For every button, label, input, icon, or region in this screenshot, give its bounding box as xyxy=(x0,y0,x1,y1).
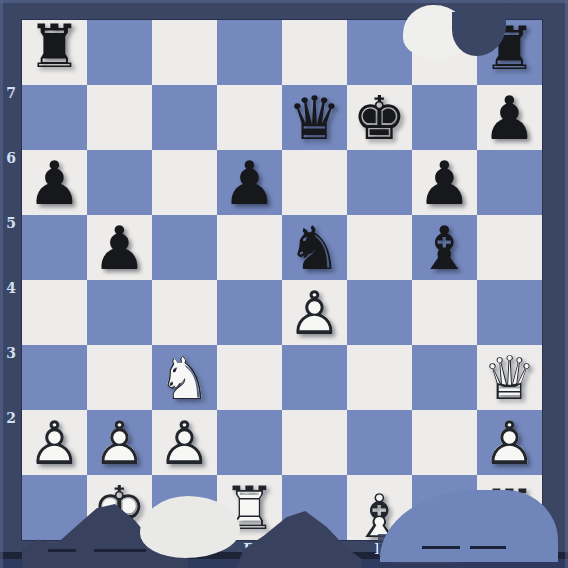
square-b6[interactable] xyxy=(87,150,152,215)
square-a2[interactable]: ♟♙ xyxy=(22,410,87,475)
square-f1[interactable]: ♝♗ xyxy=(347,475,412,540)
square-c2[interactable]: ♟♙ xyxy=(152,410,217,475)
square-a1[interactable] xyxy=(22,475,87,540)
rank-label-2: 2 xyxy=(0,410,22,475)
board-edge-dash xyxy=(48,549,76,552)
square-h3[interactable]: ♛♕ xyxy=(477,345,542,410)
chess-board-frame: ♜♜♛♚♟♟♟♟♟♞♝♟♙♞♘♛♕♟♙♟♙♟♙♟♙♚♔♜♖♝♗♜♖ 765432… xyxy=(0,0,568,568)
square-c4[interactable] xyxy=(152,280,217,345)
file-label-C: C xyxy=(152,541,217,556)
square-f4[interactable] xyxy=(347,280,412,345)
board-edge-dash xyxy=(470,546,506,549)
square-h5[interactable] xyxy=(477,215,542,280)
black-bishop-g5[interactable]: ♝ xyxy=(412,215,477,280)
black-piece-glyph: ♟ xyxy=(412,150,477,215)
square-h4[interactable] xyxy=(477,280,542,345)
black-piece-glyph: ♞ xyxy=(282,215,347,280)
square-f2[interactable] xyxy=(347,410,412,475)
square-c6[interactable] xyxy=(152,150,217,215)
black-pawn-a6[interactable]: ♟ xyxy=(22,150,87,215)
white-pawn-c2[interactable]: ♟♙ xyxy=(152,410,217,475)
black-piece-glyph: ♟ xyxy=(217,150,282,215)
white-pawn-h2[interactable]: ♟♙ xyxy=(477,410,542,475)
black-rook-a8[interactable]: ♜ xyxy=(22,13,87,78)
square-d8[interactable] xyxy=(217,20,282,85)
white-rook-h1[interactable]: ♜♖ xyxy=(477,478,542,543)
white-piece-outline-glyph: ♙ xyxy=(22,410,87,475)
square-d6[interactable]: ♟ xyxy=(217,150,282,215)
square-a3[interactable] xyxy=(22,345,87,410)
square-e6[interactable] xyxy=(282,150,347,215)
white-piece-outline-glyph: ♙ xyxy=(87,410,152,475)
board-edge-dash xyxy=(94,549,146,552)
square-d2[interactable] xyxy=(217,410,282,475)
file-label-D: D xyxy=(217,541,282,556)
white-king-b1[interactable]: ♚♔ xyxy=(87,475,152,540)
square-e8[interactable] xyxy=(282,20,347,85)
square-c1[interactable] xyxy=(152,475,217,540)
black-piece-glyph: ♝ xyxy=(412,215,477,280)
square-e4[interactable]: ♟♙ xyxy=(282,280,347,345)
board-edge-dash xyxy=(422,546,460,549)
square-b3[interactable] xyxy=(87,345,152,410)
file-label-E: E xyxy=(282,541,347,556)
black-piece-glyph: ♛ xyxy=(282,85,347,150)
white-piece-outline-glyph: ♙ xyxy=(477,410,542,475)
white-pawn-a2[interactable]: ♟♙ xyxy=(22,410,87,475)
white-piece-outline-glyph: ♙ xyxy=(282,280,347,345)
square-d1[interactable]: ♜♖ xyxy=(217,475,282,540)
square-g7[interactable] xyxy=(412,85,477,150)
white-bishop-f1[interactable]: ♝♗ xyxy=(347,483,412,548)
square-f8[interactable] xyxy=(347,20,412,85)
square-a6[interactable]: ♟ xyxy=(22,150,87,215)
square-f3[interactable] xyxy=(347,345,412,410)
black-pawn-g6[interactable]: ♟ xyxy=(412,150,477,215)
square-g1[interactable] xyxy=(412,475,477,540)
black-queen-e7[interactable]: ♛ xyxy=(282,85,347,150)
square-g3[interactable] xyxy=(412,345,477,410)
white-piece-outline-glyph: ♖ xyxy=(217,475,282,540)
white-piece-outline-glyph: ♘ xyxy=(152,345,217,410)
square-h6[interactable] xyxy=(477,150,542,215)
black-piece-glyph: ♟ xyxy=(22,150,87,215)
square-f7[interactable]: ♚ xyxy=(347,85,412,150)
black-rook-h8[interactable]: ♜ xyxy=(477,15,542,80)
square-e3[interactable] xyxy=(282,345,347,410)
white-piece-outline-glyph: ♙ xyxy=(152,410,217,475)
square-h2[interactable]: ♟♙ xyxy=(477,410,542,475)
square-d7[interactable] xyxy=(217,85,282,150)
square-b8[interactable] xyxy=(87,20,152,85)
square-g6[interactable]: ♟ xyxy=(412,150,477,215)
square-a5[interactable] xyxy=(22,215,87,280)
square-b2[interactable]: ♟♙ xyxy=(87,410,152,475)
white-piece-outline-glyph: ♖ xyxy=(477,478,542,543)
rank-label-6: 6 xyxy=(0,150,22,215)
square-e2[interactable] xyxy=(282,410,347,475)
square-b7[interactable] xyxy=(87,85,152,150)
square-a4[interactable] xyxy=(22,280,87,345)
black-piece-glyph: ♜ xyxy=(22,13,87,78)
square-c8[interactable] xyxy=(152,20,217,85)
square-d4[interactable] xyxy=(217,280,282,345)
white-piece-outline-glyph: ♗ xyxy=(347,483,412,548)
white-piece-outline-glyph: ♔ xyxy=(87,475,152,540)
black-pawn-d6[interactable]: ♟ xyxy=(217,150,282,215)
square-e7[interactable]: ♛ xyxy=(282,85,347,150)
black-piece-glyph: ♚ xyxy=(347,85,412,150)
square-g2[interactable] xyxy=(412,410,477,475)
square-g4[interactable] xyxy=(412,280,477,345)
square-a7[interactable] xyxy=(22,85,87,150)
square-e5[interactable]: ♞ xyxy=(282,215,347,280)
black-pawn-h7[interactable]: ♟ xyxy=(477,85,542,150)
rank-label-5: 5 xyxy=(0,215,22,280)
square-h1[interactable]: ♜♖ xyxy=(477,475,542,540)
square-c7[interactable] xyxy=(152,85,217,150)
square-b1[interactable]: ♚♔ xyxy=(87,475,152,540)
white-rook-d1[interactable]: ♜♖ xyxy=(217,475,282,540)
square-b4[interactable] xyxy=(87,280,152,345)
rank-label-7: 7 xyxy=(0,85,22,150)
chess-board: ♜♜♛♚♟♟♟♟♟♞♝♟♙♞♘♛♕♟♙♟♙♟♙♟♙♚♔♜♖♝♗♜♖ xyxy=(22,20,542,540)
black-piece-glyph: ♟ xyxy=(87,215,152,280)
rank-label-4: 4 xyxy=(0,280,22,345)
square-c5[interactable] xyxy=(152,215,217,280)
square-c3[interactable]: ♞♘ xyxy=(152,345,217,410)
square-f6[interactable] xyxy=(347,150,412,215)
square-a8[interactable]: ♜ xyxy=(22,20,87,85)
square-h7[interactable]: ♟ xyxy=(477,85,542,150)
square-d5[interactable] xyxy=(217,215,282,280)
square-h8[interactable]: ♜ xyxy=(477,20,542,85)
file-label-F: F xyxy=(347,541,412,556)
square-f5[interactable] xyxy=(347,215,412,280)
black-piece-glyph: ♜ xyxy=(477,15,542,80)
rank-label-3: 3 xyxy=(0,345,22,410)
black-knight-e5[interactable]: ♞ xyxy=(282,215,347,280)
square-g8[interactable] xyxy=(412,20,477,85)
white-piece-outline-glyph: ♕ xyxy=(477,345,542,410)
square-g5[interactable]: ♝ xyxy=(412,215,477,280)
square-e1[interactable] xyxy=(282,475,347,540)
black-piece-glyph: ♟ xyxy=(477,85,542,150)
black-king-f7[interactable]: ♚ xyxy=(347,85,412,150)
square-b5[interactable]: ♟ xyxy=(87,215,152,280)
white-queen-h3[interactable]: ♛♕ xyxy=(477,345,542,410)
white-knight-c3[interactable]: ♞♘ xyxy=(152,345,217,410)
square-d3[interactable] xyxy=(217,345,282,410)
black-pawn-b5[interactable]: ♟ xyxy=(87,215,152,280)
white-pawn-e4[interactable]: ♟♙ xyxy=(282,280,347,345)
white-pawn-b2[interactable]: ♟♙ xyxy=(87,410,152,475)
